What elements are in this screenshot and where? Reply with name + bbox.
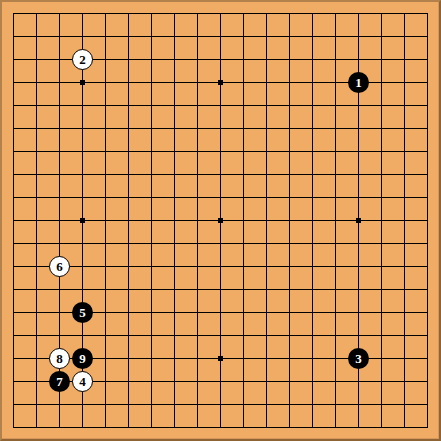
star-point	[218, 356, 223, 361]
star-point	[218, 80, 223, 85]
star-point	[356, 218, 361, 223]
star-point	[218, 218, 223, 223]
board-grid: 123456789	[2, 2, 439, 439]
stone-black-3: 3	[348, 348, 369, 369]
stone-black-9: 9	[72, 348, 93, 369]
star-point	[80, 80, 85, 85]
stone-white-4: 4	[72, 371, 93, 392]
star-point	[80, 218, 85, 223]
go-board: 123456789	[0, 0, 441, 441]
stone-black-1: 1	[348, 72, 369, 93]
stone-black-5: 5	[72, 302, 93, 323]
stone-black-7: 7	[49, 371, 70, 392]
stone-white-2: 2	[72, 49, 93, 70]
stone-white-6: 6	[49, 256, 70, 277]
stone-white-8: 8	[49, 348, 70, 369]
